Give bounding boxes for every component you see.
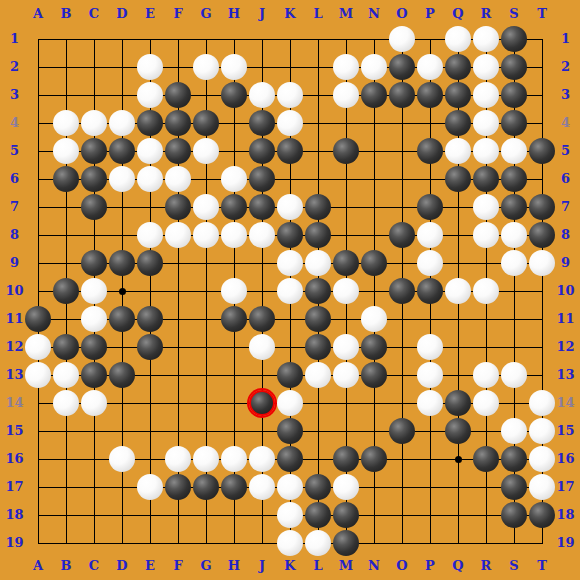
intersection-G4[interactable]: [192, 109, 220, 137]
intersection-P3[interactable]: [416, 81, 444, 109]
intersection-K18[interactable]: [276, 501, 304, 529]
intersection-B7[interactable]: [52, 193, 80, 221]
intersection-P7[interactable]: [416, 193, 444, 221]
intersection-L19[interactable]: [304, 529, 332, 557]
intersection-J16[interactable]: [248, 445, 276, 473]
intersection-L3[interactable]: [304, 81, 332, 109]
intersection-E18[interactable]: [136, 501, 164, 529]
intersection-Q11[interactable]: [444, 305, 472, 333]
intersection-F11[interactable]: [164, 305, 192, 333]
intersection-D3[interactable]: [108, 81, 136, 109]
intersection-F15[interactable]: [164, 417, 192, 445]
intersection-N3[interactable]: [360, 81, 388, 109]
intersection-K7[interactable]: [276, 193, 304, 221]
intersection-K4[interactable]: [276, 109, 304, 137]
intersection-E1[interactable]: [136, 25, 164, 53]
intersection-K8[interactable]: [276, 221, 304, 249]
intersection-K9[interactable]: [276, 249, 304, 277]
intersection-Q15[interactable]: [444, 417, 472, 445]
intersection-N10[interactable]: [360, 277, 388, 305]
intersection-R8[interactable]: [472, 221, 500, 249]
intersection-K10[interactable]: [276, 277, 304, 305]
intersection-M14[interactable]: [332, 389, 360, 417]
intersection-K15[interactable]: [276, 417, 304, 445]
intersection-D17[interactable]: [108, 473, 136, 501]
intersection-S11[interactable]: [500, 305, 528, 333]
intersection-Q18[interactable]: [444, 501, 472, 529]
intersection-P4[interactable]: [416, 109, 444, 137]
intersection-J19[interactable]: [248, 529, 276, 557]
intersection-Q8[interactable]: [444, 221, 472, 249]
intersection-D6[interactable]: [108, 165, 136, 193]
intersection-E2[interactable]: [136, 53, 164, 81]
intersection-N2[interactable]: [360, 53, 388, 81]
intersection-H1[interactable]: [220, 25, 248, 53]
intersection-H14[interactable]: [220, 389, 248, 417]
intersection-F18[interactable]: [164, 501, 192, 529]
intersection-L6[interactable]: [304, 165, 332, 193]
intersection-C2[interactable]: [80, 53, 108, 81]
intersection-J8[interactable]: [248, 221, 276, 249]
intersection-P11[interactable]: [416, 305, 444, 333]
intersection-G1[interactable]: [192, 25, 220, 53]
intersection-O10[interactable]: [388, 277, 416, 305]
intersection-O17[interactable]: [388, 473, 416, 501]
intersection-O16[interactable]: [388, 445, 416, 473]
intersection-N14[interactable]: [360, 389, 388, 417]
intersection-B6[interactable]: [52, 165, 80, 193]
intersection-O19[interactable]: [388, 529, 416, 557]
intersection-S2[interactable]: [500, 53, 528, 81]
intersection-O2[interactable]: [388, 53, 416, 81]
intersection-H10[interactable]: [220, 277, 248, 305]
intersection-B15[interactable]: [52, 417, 80, 445]
intersection-F9[interactable]: [164, 249, 192, 277]
intersection-N5[interactable]: [360, 137, 388, 165]
intersection-P9[interactable]: [416, 249, 444, 277]
intersection-M16[interactable]: [332, 445, 360, 473]
intersection-B8[interactable]: [52, 221, 80, 249]
intersection-R13[interactable]: [472, 361, 500, 389]
intersection-R9[interactable]: [472, 249, 500, 277]
intersection-N17[interactable]: [360, 473, 388, 501]
intersection-Q6[interactable]: [444, 165, 472, 193]
intersection-J14[interactable]: [248, 389, 276, 417]
intersection-L18[interactable]: [304, 501, 332, 529]
intersection-B5[interactable]: [52, 137, 80, 165]
intersection-G7[interactable]: [192, 193, 220, 221]
intersection-B18[interactable]: [52, 501, 80, 529]
intersection-S5[interactable]: [500, 137, 528, 165]
intersection-G9[interactable]: [192, 249, 220, 277]
intersection-S3[interactable]: [500, 81, 528, 109]
intersection-C13[interactable]: [80, 361, 108, 389]
intersection-F12[interactable]: [164, 333, 192, 361]
intersection-Q10[interactable]: [444, 277, 472, 305]
intersection-D1[interactable]: [108, 25, 136, 53]
intersection-E10[interactable]: [136, 277, 164, 305]
intersection-B4[interactable]: [52, 109, 80, 137]
intersection-H7[interactable]: [220, 193, 248, 221]
intersection-D15[interactable]: [108, 417, 136, 445]
intersection-G2[interactable]: [192, 53, 220, 81]
intersection-H3[interactable]: [220, 81, 248, 109]
intersection-S6[interactable]: [500, 165, 528, 193]
intersection-N11[interactable]: [360, 305, 388, 333]
intersection-P6[interactable]: [416, 165, 444, 193]
intersection-R11[interactable]: [472, 305, 500, 333]
intersection-P2[interactable]: [416, 53, 444, 81]
intersection-E3[interactable]: [136, 81, 164, 109]
intersection-O18[interactable]: [388, 501, 416, 529]
intersection-J5[interactable]: [248, 137, 276, 165]
intersection-M9[interactable]: [332, 249, 360, 277]
intersection-M3[interactable]: [332, 81, 360, 109]
intersection-J17[interactable]: [248, 473, 276, 501]
intersection-K5[interactable]: [276, 137, 304, 165]
intersection-R1[interactable]: [472, 25, 500, 53]
intersection-G3[interactable]: [192, 81, 220, 109]
intersection-G8[interactable]: [192, 221, 220, 249]
intersection-D18[interactable]: [108, 501, 136, 529]
intersection-Q16[interactable]: [444, 445, 472, 473]
intersection-P17[interactable]: [416, 473, 444, 501]
intersection-B3[interactable]: [52, 81, 80, 109]
intersection-Q5[interactable]: [444, 137, 472, 165]
intersection-J13[interactable]: [248, 361, 276, 389]
intersection-L13[interactable]: [304, 361, 332, 389]
intersection-E13[interactable]: [136, 361, 164, 389]
intersection-M19[interactable]: [332, 529, 360, 557]
intersection-O12[interactable]: [388, 333, 416, 361]
intersection-E9[interactable]: [136, 249, 164, 277]
intersection-B14[interactable]: [52, 389, 80, 417]
intersection-O6[interactable]: [388, 165, 416, 193]
intersection-G10[interactable]: [192, 277, 220, 305]
intersection-D16[interactable]: [108, 445, 136, 473]
intersection-F1[interactable]: [164, 25, 192, 53]
intersection-H8[interactable]: [220, 221, 248, 249]
intersection-R4[interactable]: [472, 109, 500, 137]
intersection-E4[interactable]: [136, 109, 164, 137]
intersection-B12[interactable]: [52, 333, 80, 361]
intersection-E19[interactable]: [136, 529, 164, 557]
intersection-D12[interactable]: [108, 333, 136, 361]
intersection-Q13[interactable]: [444, 361, 472, 389]
intersection-S13[interactable]: [500, 361, 528, 389]
intersection-G14[interactable]: [192, 389, 220, 417]
intersection-H17[interactable]: [220, 473, 248, 501]
intersection-C1[interactable]: [80, 25, 108, 53]
intersection-S9[interactable]: [500, 249, 528, 277]
intersection-H13[interactable]: [220, 361, 248, 389]
intersection-P14[interactable]: [416, 389, 444, 417]
intersection-F14[interactable]: [164, 389, 192, 417]
intersection-D14[interactable]: [108, 389, 136, 417]
intersection-R7[interactable]: [472, 193, 500, 221]
intersection-M7[interactable]: [332, 193, 360, 221]
intersection-M5[interactable]: [332, 137, 360, 165]
intersection-S15[interactable]: [500, 417, 528, 445]
intersection-M13[interactable]: [332, 361, 360, 389]
intersection-J7[interactable]: [248, 193, 276, 221]
intersection-N4[interactable]: [360, 109, 388, 137]
intersection-Q17[interactable]: [444, 473, 472, 501]
intersection-J6[interactable]: [248, 165, 276, 193]
intersection-M18[interactable]: [332, 501, 360, 529]
intersection-B16[interactable]: [52, 445, 80, 473]
intersection-R3[interactable]: [472, 81, 500, 109]
intersection-L1[interactable]: [304, 25, 332, 53]
intersection-N7[interactable]: [360, 193, 388, 221]
intersection-D10[interactable]: [108, 277, 136, 305]
intersection-H4[interactable]: [220, 109, 248, 137]
intersection-M2[interactable]: [332, 53, 360, 81]
intersection-S14[interactable]: [500, 389, 528, 417]
intersection-S19[interactable]: [500, 529, 528, 557]
intersection-O5[interactable]: [388, 137, 416, 165]
intersection-D13[interactable]: [108, 361, 136, 389]
intersection-G19[interactable]: [192, 529, 220, 557]
intersection-O1[interactable]: [388, 25, 416, 53]
intersection-D19[interactable]: [108, 529, 136, 557]
intersection-E15[interactable]: [136, 417, 164, 445]
intersection-O4[interactable]: [388, 109, 416, 137]
intersection-J3[interactable]: [248, 81, 276, 109]
intersection-R15[interactable]: [472, 417, 500, 445]
intersection-H9[interactable]: [220, 249, 248, 277]
intersection-E5[interactable]: [136, 137, 164, 165]
intersection-N15[interactable]: [360, 417, 388, 445]
intersection-J11[interactable]: [248, 305, 276, 333]
intersection-J9[interactable]: [248, 249, 276, 277]
intersection-H5[interactable]: [220, 137, 248, 165]
intersection-N8[interactable]: [360, 221, 388, 249]
intersection-N1[interactable]: [360, 25, 388, 53]
intersection-K1[interactable]: [276, 25, 304, 53]
intersection-N13[interactable]: [360, 361, 388, 389]
intersection-F7[interactable]: [164, 193, 192, 221]
intersection-B2[interactable]: [52, 53, 80, 81]
intersection-K16[interactable]: [276, 445, 304, 473]
intersection-H6[interactable]: [220, 165, 248, 193]
intersection-S8[interactable]: [500, 221, 528, 249]
intersection-D7[interactable]: [108, 193, 136, 221]
intersection-C9[interactable]: [80, 249, 108, 277]
intersection-G17[interactable]: [192, 473, 220, 501]
intersection-J10[interactable]: [248, 277, 276, 305]
intersection-K19[interactable]: [276, 529, 304, 557]
intersection-P5[interactable]: [416, 137, 444, 165]
intersection-R19[interactable]: [472, 529, 500, 557]
intersection-H11[interactable]: [220, 305, 248, 333]
intersection-E7[interactable]: [136, 193, 164, 221]
intersection-F19[interactable]: [164, 529, 192, 557]
intersection-K14[interactable]: [276, 389, 304, 417]
intersection-O8[interactable]: [388, 221, 416, 249]
intersection-F3[interactable]: [164, 81, 192, 109]
intersection-D11[interactable]: [108, 305, 136, 333]
intersection-K3[interactable]: [276, 81, 304, 109]
intersection-G18[interactable]: [192, 501, 220, 529]
intersection-J15[interactable]: [248, 417, 276, 445]
intersection-G13[interactable]: [192, 361, 220, 389]
intersection-S17[interactable]: [500, 473, 528, 501]
intersection-C19[interactable]: [80, 529, 108, 557]
intersection-Q7[interactable]: [444, 193, 472, 221]
intersection-M1[interactable]: [332, 25, 360, 53]
intersection-H2[interactable]: [220, 53, 248, 81]
intersection-H16[interactable]: [220, 445, 248, 473]
intersection-L5[interactable]: [304, 137, 332, 165]
intersection-R6[interactable]: [472, 165, 500, 193]
intersection-Q1[interactable]: [444, 25, 472, 53]
intersection-P8[interactable]: [416, 221, 444, 249]
intersection-P13[interactable]: [416, 361, 444, 389]
intersection-R2[interactable]: [472, 53, 500, 81]
intersection-Q9[interactable]: [444, 249, 472, 277]
intersection-S4[interactable]: [500, 109, 528, 137]
intersection-P15[interactable]: [416, 417, 444, 445]
intersection-O14[interactable]: [388, 389, 416, 417]
intersection-F16[interactable]: [164, 445, 192, 473]
intersection-E17[interactable]: [136, 473, 164, 501]
intersection-P12[interactable]: [416, 333, 444, 361]
intersection-F5[interactable]: [164, 137, 192, 165]
intersection-K13[interactable]: [276, 361, 304, 389]
intersection-E14[interactable]: [136, 389, 164, 417]
intersection-R18[interactable]: [472, 501, 500, 529]
intersection-K12[interactable]: [276, 333, 304, 361]
intersection-S7[interactable]: [500, 193, 528, 221]
intersection-M6[interactable]: [332, 165, 360, 193]
intersection-G6[interactable]: [192, 165, 220, 193]
intersection-S12[interactable]: [500, 333, 528, 361]
intersection-K2[interactable]: [276, 53, 304, 81]
intersection-C8[interactable]: [80, 221, 108, 249]
intersection-C7[interactable]: [80, 193, 108, 221]
intersection-S10[interactable]: [500, 277, 528, 305]
intersection-Q14[interactable]: [444, 389, 472, 417]
intersection-C15[interactable]: [80, 417, 108, 445]
intersection-O7[interactable]: [388, 193, 416, 221]
intersection-C4[interactable]: [80, 109, 108, 137]
intersection-E6[interactable]: [136, 165, 164, 193]
intersection-G12[interactable]: [192, 333, 220, 361]
intersection-E12[interactable]: [136, 333, 164, 361]
intersection-L15[interactable]: [304, 417, 332, 445]
intersection-L9[interactable]: [304, 249, 332, 277]
intersection-B19[interactable]: [52, 529, 80, 557]
intersection-P1[interactable]: [416, 25, 444, 53]
intersection-F10[interactable]: [164, 277, 192, 305]
intersection-E16[interactable]: [136, 445, 164, 473]
intersection-E8[interactable]: [136, 221, 164, 249]
intersection-B9[interactable]: [52, 249, 80, 277]
intersection-Q4[interactable]: [444, 109, 472, 137]
intersection-K11[interactable]: [276, 305, 304, 333]
intersection-R12[interactable]: [472, 333, 500, 361]
intersection-G11[interactable]: [192, 305, 220, 333]
intersection-C17[interactable]: [80, 473, 108, 501]
intersection-F13[interactable]: [164, 361, 192, 389]
intersection-C11[interactable]: [80, 305, 108, 333]
intersection-N12[interactable]: [360, 333, 388, 361]
intersection-Q19[interactable]: [444, 529, 472, 557]
intersection-R10[interactable]: [472, 277, 500, 305]
intersection-B1[interactable]: [52, 25, 80, 53]
intersection-B17[interactable]: [52, 473, 80, 501]
intersection-G15[interactable]: [192, 417, 220, 445]
intersection-P19[interactable]: [416, 529, 444, 557]
intersection-Q3[interactable]: [444, 81, 472, 109]
intersection-Q2[interactable]: [444, 53, 472, 81]
intersection-N18[interactable]: [360, 501, 388, 529]
intersection-G16[interactable]: [192, 445, 220, 473]
intersection-O11[interactable]: [388, 305, 416, 333]
intersection-S16[interactable]: [500, 445, 528, 473]
intersection-L12[interactable]: [304, 333, 332, 361]
intersection-F8[interactable]: [164, 221, 192, 249]
intersection-C10[interactable]: [80, 277, 108, 305]
intersection-O13[interactable]: [388, 361, 416, 389]
intersection-N9[interactable]: [360, 249, 388, 277]
intersection-C6[interactable]: [80, 165, 108, 193]
intersection-P16[interactable]: [416, 445, 444, 473]
intersection-J1[interactable]: [248, 25, 276, 53]
intersection-F4[interactable]: [164, 109, 192, 137]
intersection-L10[interactable]: [304, 277, 332, 305]
intersection-L7[interactable]: [304, 193, 332, 221]
intersection-L17[interactable]: [304, 473, 332, 501]
intersection-F17[interactable]: [164, 473, 192, 501]
intersection-P18[interactable]: [416, 501, 444, 529]
intersection-N19[interactable]: [360, 529, 388, 557]
intersection-M8[interactable]: [332, 221, 360, 249]
intersection-H18[interactable]: [220, 501, 248, 529]
intersection-J12[interactable]: [248, 333, 276, 361]
intersection-L14[interactable]: [304, 389, 332, 417]
intersection-D5[interactable]: [108, 137, 136, 165]
intersection-L16[interactable]: [304, 445, 332, 473]
intersection-E11[interactable]: [136, 305, 164, 333]
intersection-M17[interactable]: [332, 473, 360, 501]
intersection-F6[interactable]: [164, 165, 192, 193]
intersection-L8[interactable]: [304, 221, 332, 249]
intersection-M10[interactable]: [332, 277, 360, 305]
intersection-C3[interactable]: [80, 81, 108, 109]
intersection-J2[interactable]: [248, 53, 276, 81]
intersection-K6[interactable]: [276, 165, 304, 193]
intersection-L4[interactable]: [304, 109, 332, 137]
intersection-M4[interactable]: [332, 109, 360, 137]
intersection-O3[interactable]: [388, 81, 416, 109]
intersection-D2[interactable]: [108, 53, 136, 81]
intersection-G5[interactable]: [192, 137, 220, 165]
intersection-J18[interactable]: [248, 501, 276, 529]
intersection-C14[interactable]: [80, 389, 108, 417]
intersection-B11[interactable]: [52, 305, 80, 333]
intersection-H19[interactable]: [220, 529, 248, 557]
intersection-D8[interactable]: [108, 221, 136, 249]
intersection-H15[interactable]: [220, 417, 248, 445]
intersection-C18[interactable]: [80, 501, 108, 529]
intersection-B10[interactable]: [52, 277, 80, 305]
intersection-K17[interactable]: [276, 473, 304, 501]
intersection-L11[interactable]: [304, 305, 332, 333]
intersection-F2[interactable]: [164, 53, 192, 81]
intersection-C5[interactable]: [80, 137, 108, 165]
